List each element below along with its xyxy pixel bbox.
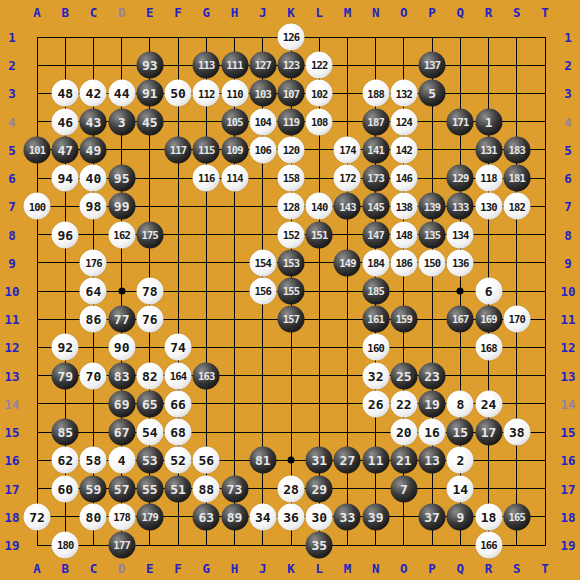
move-number: 172 bbox=[339, 173, 356, 184]
stone-white: 46 bbox=[52, 108, 79, 135]
stone-white: 52 bbox=[165, 447, 192, 474]
move-number: 143 bbox=[339, 201, 356, 212]
row-label-right: 14 bbox=[560, 396, 575, 411]
move-number: 93 bbox=[142, 59, 158, 72]
stone-white: 126 bbox=[278, 24, 305, 51]
column-label-top: L bbox=[315, 5, 323, 20]
move-number: 42 bbox=[86, 87, 102, 100]
move-number: 69 bbox=[114, 397, 130, 410]
column-label-top: M bbox=[344, 5, 352, 20]
row-label-left: 12 bbox=[4, 340, 19, 355]
move-number: 49 bbox=[86, 143, 102, 156]
column-label-top: D bbox=[118, 5, 126, 20]
stone-white: 124 bbox=[390, 108, 417, 135]
column-label-bottom: A bbox=[33, 561, 41, 576]
stone-black: 149 bbox=[334, 249, 361, 276]
move-number: 112 bbox=[198, 88, 215, 99]
stone-white: 138 bbox=[390, 193, 417, 220]
move-number: 62 bbox=[57, 454, 73, 467]
stone-white: 82 bbox=[136, 362, 163, 389]
column-label-bottom: F bbox=[174, 561, 182, 576]
stone-white: 48 bbox=[52, 80, 79, 107]
stone-white: 2 bbox=[447, 447, 474, 474]
move-number: 185 bbox=[367, 286, 384, 297]
move-number: 164 bbox=[170, 370, 187, 381]
row-label-left: 15 bbox=[4, 425, 19, 440]
move-number: 173 bbox=[367, 173, 384, 184]
move-number: 59 bbox=[86, 482, 102, 495]
move-number: 47 bbox=[57, 143, 73, 156]
stone-black: 153 bbox=[278, 249, 305, 276]
row-label-right: 4 bbox=[564, 114, 572, 129]
grid-line bbox=[545, 37, 546, 546]
stone-black: 147 bbox=[362, 221, 389, 248]
move-number: 129 bbox=[452, 173, 469, 184]
stone-black: 93 bbox=[136, 52, 163, 79]
column-label-top: C bbox=[90, 5, 98, 20]
move-number: 77 bbox=[114, 313, 130, 326]
stone-black: 101 bbox=[24, 136, 51, 163]
move-number: 85 bbox=[57, 426, 73, 439]
move-number: 50 bbox=[170, 87, 186, 100]
move-number: 130 bbox=[480, 201, 497, 212]
column-label-bottom: C bbox=[90, 561, 98, 576]
row-label-left: 6 bbox=[8, 171, 16, 186]
move-number: 161 bbox=[367, 314, 384, 325]
column-label-bottom: E bbox=[146, 561, 154, 576]
row-label-right: 18 bbox=[560, 509, 575, 524]
stone-black: 1 bbox=[475, 108, 502, 135]
stone-white: 38 bbox=[503, 419, 530, 446]
stone-white: 150 bbox=[419, 249, 446, 276]
move-number: 104 bbox=[254, 116, 271, 127]
stone-black: 141 bbox=[362, 136, 389, 163]
move-number: 33 bbox=[340, 510, 356, 523]
move-number: 90 bbox=[114, 341, 130, 354]
column-label-bottom: J bbox=[259, 561, 267, 576]
column-label-top: G bbox=[203, 5, 211, 20]
column-label-top: E bbox=[146, 5, 154, 20]
move-number: 107 bbox=[283, 88, 300, 99]
column-label-top: O bbox=[400, 5, 408, 20]
star-point bbox=[288, 457, 295, 464]
stone-white: 18 bbox=[475, 503, 502, 530]
stone-white: 152 bbox=[278, 221, 305, 248]
move-number: 106 bbox=[254, 145, 271, 156]
stone-white: 134 bbox=[447, 221, 474, 248]
move-number: 17 bbox=[481, 426, 497, 439]
move-number: 25 bbox=[396, 369, 412, 382]
stone-white: 68 bbox=[165, 419, 192, 446]
move-number: 186 bbox=[396, 258, 413, 269]
stone-white: 50 bbox=[165, 80, 192, 107]
column-label-bottom: G bbox=[203, 561, 211, 576]
move-number: 163 bbox=[198, 370, 215, 381]
move-number: 78 bbox=[142, 285, 158, 298]
move-number: 176 bbox=[85, 258, 102, 269]
move-number: 1 bbox=[485, 115, 493, 128]
stone-black: 145 bbox=[362, 193, 389, 220]
row-label-right: 2 bbox=[564, 58, 572, 73]
row-label-left: 11 bbox=[4, 312, 19, 327]
stone-white: 44 bbox=[108, 80, 135, 107]
stone-white: 132 bbox=[390, 80, 417, 107]
move-number: 187 bbox=[367, 116, 384, 127]
move-number: 39 bbox=[368, 510, 384, 523]
stone-black: 67 bbox=[108, 419, 135, 446]
stone-white: 156 bbox=[249, 278, 276, 305]
stone-black: 51 bbox=[165, 475, 192, 502]
row-label-right: 5 bbox=[564, 142, 572, 157]
stone-black: 77 bbox=[108, 306, 135, 333]
stone-white: 20 bbox=[390, 419, 417, 446]
stone-white: 128 bbox=[278, 193, 305, 220]
star-point bbox=[457, 288, 464, 295]
row-label-right: 13 bbox=[560, 368, 575, 383]
move-number: 95 bbox=[114, 172, 130, 185]
stone-black: 135 bbox=[419, 221, 446, 248]
move-number: 140 bbox=[311, 201, 328, 212]
column-label-top: H bbox=[231, 5, 239, 20]
move-number: 102 bbox=[311, 88, 328, 99]
stone-white: 56 bbox=[193, 447, 220, 474]
move-number: 72 bbox=[29, 510, 45, 523]
move-number: 99 bbox=[114, 200, 130, 213]
move-number: 171 bbox=[452, 116, 469, 127]
stone-white: 180 bbox=[52, 532, 79, 559]
column-label-bottom: N bbox=[372, 561, 380, 576]
move-number: 117 bbox=[170, 145, 187, 156]
move-number: 146 bbox=[396, 173, 413, 184]
move-number: 35 bbox=[311, 539, 327, 552]
move-number: 148 bbox=[396, 229, 413, 240]
column-label-top: K bbox=[287, 5, 295, 20]
stone-black: 63 bbox=[193, 503, 220, 530]
stone-white: 166 bbox=[475, 532, 502, 559]
column-label-bottom: O bbox=[400, 561, 408, 576]
column-label-bottom: D bbox=[118, 561, 126, 576]
move-number: 83 bbox=[114, 369, 130, 382]
column-label-bottom: M bbox=[344, 561, 352, 576]
stone-black: 31 bbox=[306, 447, 333, 474]
row-label-left: 4 bbox=[8, 114, 16, 129]
move-number: 15 bbox=[453, 426, 469, 439]
stone-white: 100 bbox=[24, 193, 51, 220]
move-number: 36 bbox=[283, 510, 299, 523]
move-number: 2 bbox=[456, 454, 464, 467]
stone-black: 49 bbox=[80, 136, 107, 163]
stone-black: 119 bbox=[278, 108, 305, 135]
move-number: 89 bbox=[227, 510, 243, 523]
stone-white: 4 bbox=[108, 447, 135, 474]
move-number: 110 bbox=[226, 88, 243, 99]
move-number: 157 bbox=[283, 314, 300, 325]
stone-black: 137 bbox=[419, 52, 446, 79]
stone-black: 53 bbox=[136, 447, 163, 474]
stone-white: 130 bbox=[475, 193, 502, 220]
stone-black: 151 bbox=[306, 221, 333, 248]
stone-black: 103 bbox=[249, 80, 276, 107]
row-label-left: 5 bbox=[8, 142, 16, 157]
stone-black: 109 bbox=[221, 136, 248, 163]
move-number: 55 bbox=[142, 482, 158, 495]
stone-black: 33 bbox=[334, 503, 361, 530]
move-number: 152 bbox=[283, 229, 300, 240]
stone-black: 73 bbox=[221, 475, 248, 502]
move-number: 162 bbox=[113, 229, 130, 240]
move-number: 88 bbox=[199, 482, 215, 495]
stone-black: 133 bbox=[447, 193, 474, 220]
row-label-right: 12 bbox=[560, 340, 575, 355]
move-number: 5 bbox=[428, 87, 436, 100]
move-number: 122 bbox=[311, 60, 328, 71]
stone-black: 111 bbox=[221, 52, 248, 79]
move-number: 7 bbox=[400, 482, 408, 495]
move-number: 70 bbox=[86, 369, 102, 382]
column-label-top: J bbox=[259, 5, 267, 20]
move-number: 44 bbox=[114, 87, 130, 100]
move-number: 54 bbox=[142, 426, 158, 439]
move-number: 156 bbox=[254, 286, 271, 297]
move-number: 56 bbox=[199, 454, 215, 467]
stone-white: 112 bbox=[193, 80, 220, 107]
move-number: 100 bbox=[29, 201, 46, 212]
move-number: 31 bbox=[311, 454, 327, 467]
stone-black: 83 bbox=[108, 362, 135, 389]
column-label-top: S bbox=[513, 5, 521, 20]
stone-white: 94 bbox=[52, 165, 79, 192]
move-number: 57 bbox=[114, 482, 130, 495]
stone-white: 64 bbox=[80, 278, 107, 305]
move-number: 28 bbox=[283, 482, 299, 495]
move-number: 22 bbox=[396, 397, 412, 410]
move-number: 60 bbox=[57, 482, 73, 495]
move-number: 118 bbox=[480, 173, 497, 184]
move-number: 68 bbox=[170, 426, 186, 439]
stone-black: 19 bbox=[419, 390, 446, 417]
stone-white: 120 bbox=[278, 136, 305, 163]
stone-white: 78 bbox=[136, 278, 163, 305]
stone-white: 62 bbox=[52, 447, 79, 474]
stone-black: 129 bbox=[447, 165, 474, 192]
move-number: 109 bbox=[226, 145, 243, 156]
move-number: 103 bbox=[254, 88, 271, 99]
row-label-right: 19 bbox=[560, 538, 575, 553]
move-number: 8 bbox=[456, 397, 464, 410]
stone-black: 177 bbox=[108, 532, 135, 559]
move-number: 135 bbox=[424, 229, 441, 240]
move-number: 23 bbox=[424, 369, 440, 382]
stone-white: 108 bbox=[306, 108, 333, 135]
stone-black: 179 bbox=[136, 503, 163, 530]
move-number: 80 bbox=[86, 510, 102, 523]
stone-black: 39 bbox=[362, 503, 389, 530]
move-number: 38 bbox=[509, 426, 525, 439]
stone-white: 24 bbox=[475, 390, 502, 417]
move-number: 13 bbox=[424, 454, 440, 467]
move-number: 26 bbox=[368, 397, 384, 410]
column-label-bottom: Q bbox=[457, 561, 465, 576]
row-label-left: 8 bbox=[8, 227, 16, 242]
move-number: 65 bbox=[142, 397, 158, 410]
move-number: 137 bbox=[424, 60, 441, 71]
move-number: 166 bbox=[480, 540, 497, 551]
stone-white: 86 bbox=[80, 306, 107, 333]
move-number: 79 bbox=[57, 369, 73, 382]
move-number: 124 bbox=[396, 116, 413, 127]
stone-white: 76 bbox=[136, 306, 163, 333]
move-number: 32 bbox=[368, 369, 384, 382]
move-number: 48 bbox=[57, 87, 73, 100]
move-number: 132 bbox=[396, 88, 413, 99]
column-label-bottom: S bbox=[513, 561, 521, 576]
move-number: 155 bbox=[283, 286, 300, 297]
move-number: 82 bbox=[142, 369, 158, 382]
move-number: 127 bbox=[254, 60, 271, 71]
column-label-bottom: L bbox=[315, 561, 323, 576]
move-number: 9 bbox=[456, 510, 464, 523]
stone-white: 110 bbox=[221, 80, 248, 107]
move-number: 11 bbox=[368, 454, 384, 467]
move-number: 74 bbox=[170, 341, 186, 354]
move-number: 29 bbox=[311, 482, 327, 495]
stone-white: 188 bbox=[362, 80, 389, 107]
move-number: 30 bbox=[311, 510, 327, 523]
move-number: 179 bbox=[142, 512, 159, 523]
stone-white: 92 bbox=[52, 334, 79, 361]
go-board-diagram: AABBCCDDEEFFGGHHJJKKLLMMNNOOPPQQRRSSTT11… bbox=[0, 0, 580, 580]
stone-white: 72 bbox=[24, 503, 51, 530]
stone-white: 186 bbox=[390, 249, 417, 276]
move-number: 167 bbox=[452, 314, 469, 325]
row-label-right: 11 bbox=[560, 312, 575, 327]
row-label-right: 1 bbox=[564, 30, 572, 45]
stone-black: 13 bbox=[419, 447, 446, 474]
row-label-right: 6 bbox=[564, 171, 572, 186]
stone-white: 114 bbox=[221, 165, 248, 192]
move-number: 111 bbox=[226, 60, 243, 71]
column-label-bottom: B bbox=[61, 561, 69, 576]
stone-black: 45 bbox=[136, 108, 163, 135]
move-number: 34 bbox=[255, 510, 271, 523]
stone-white: 168 bbox=[475, 334, 502, 361]
move-number: 168 bbox=[480, 342, 497, 353]
column-label-bottom: K bbox=[287, 561, 295, 576]
stone-black: 57 bbox=[108, 475, 135, 502]
move-number: 177 bbox=[113, 540, 130, 551]
column-label-bottom: P bbox=[428, 561, 436, 576]
stone-white: 88 bbox=[193, 475, 220, 502]
stone-black: 95 bbox=[108, 165, 135, 192]
move-number: 188 bbox=[367, 88, 384, 99]
stone-white: 178 bbox=[108, 503, 135, 530]
stone-black: 85 bbox=[52, 419, 79, 446]
stone-white: 118 bbox=[475, 165, 502, 192]
row-label-left: 10 bbox=[4, 284, 19, 299]
move-number: 154 bbox=[254, 258, 271, 269]
stone-black: 9 bbox=[447, 503, 474, 530]
stone-white: 34 bbox=[249, 503, 276, 530]
move-number: 20 bbox=[396, 426, 412, 439]
column-label-top: N bbox=[372, 5, 380, 20]
stone-black: 7 bbox=[390, 475, 417, 502]
move-number: 66 bbox=[170, 397, 186, 410]
move-number: 150 bbox=[424, 258, 441, 269]
move-number: 184 bbox=[367, 258, 384, 269]
stone-black: 89 bbox=[221, 503, 248, 530]
move-number: 170 bbox=[508, 314, 525, 325]
row-label-left: 2 bbox=[8, 58, 16, 73]
column-label-bottom: H bbox=[231, 561, 239, 576]
row-label-right: 7 bbox=[564, 199, 572, 214]
stone-black: 187 bbox=[362, 108, 389, 135]
stone-white: 70 bbox=[80, 362, 107, 389]
stone-white: 102 bbox=[306, 80, 333, 107]
stone-white: 162 bbox=[108, 221, 135, 248]
move-number: 175 bbox=[142, 229, 159, 240]
move-number: 128 bbox=[283, 201, 300, 212]
move-number: 19 bbox=[424, 397, 440, 410]
move-number: 67 bbox=[114, 426, 130, 439]
column-label-top: P bbox=[428, 5, 436, 20]
stone-white: 6 bbox=[475, 278, 502, 305]
move-number: 24 bbox=[481, 397, 497, 410]
column-label-bottom: T bbox=[541, 561, 549, 576]
stone-white: 172 bbox=[334, 165, 361, 192]
move-number: 151 bbox=[311, 229, 328, 240]
stone-white: 146 bbox=[390, 165, 417, 192]
stone-black: 23 bbox=[419, 362, 446, 389]
stone-white: 8 bbox=[447, 390, 474, 417]
move-number: 119 bbox=[283, 116, 300, 127]
move-number: 126 bbox=[283, 32, 300, 43]
stone-black: 117 bbox=[165, 136, 192, 163]
move-number: 18 bbox=[481, 510, 497, 523]
stone-black: 105 bbox=[221, 108, 248, 135]
stone-black: 127 bbox=[249, 52, 276, 79]
stone-white: 116 bbox=[193, 165, 220, 192]
move-number: 94 bbox=[57, 172, 73, 185]
stone-black: 27 bbox=[334, 447, 361, 474]
move-number: 21 bbox=[396, 454, 412, 467]
stone-black: 115 bbox=[193, 136, 220, 163]
stone-white: 174 bbox=[334, 136, 361, 163]
stone-black: 131 bbox=[475, 136, 502, 163]
stone-white: 28 bbox=[278, 475, 305, 502]
stone-black: 165 bbox=[503, 503, 530, 530]
stone-white: 90 bbox=[108, 334, 135, 361]
move-number: 183 bbox=[508, 145, 525, 156]
move-number: 92 bbox=[57, 341, 73, 354]
move-number: 145 bbox=[367, 201, 384, 212]
move-number: 98 bbox=[86, 200, 102, 213]
stone-black: 99 bbox=[108, 193, 135, 220]
move-number: 6 bbox=[485, 285, 493, 298]
move-number: 141 bbox=[367, 145, 384, 156]
stone-white: 96 bbox=[52, 221, 79, 248]
stone-black: 17 bbox=[475, 419, 502, 446]
move-number: 178 bbox=[113, 512, 130, 523]
stone-black: 169 bbox=[475, 306, 502, 333]
stone-white: 154 bbox=[249, 249, 276, 276]
stone-black: 143 bbox=[334, 193, 361, 220]
stone-black: 139 bbox=[419, 193, 446, 220]
stone-black: 123 bbox=[278, 52, 305, 79]
move-number: 81 bbox=[255, 454, 271, 467]
move-number: 108 bbox=[311, 116, 328, 127]
row-label-left: 16 bbox=[4, 453, 19, 468]
star-point bbox=[118, 288, 125, 295]
